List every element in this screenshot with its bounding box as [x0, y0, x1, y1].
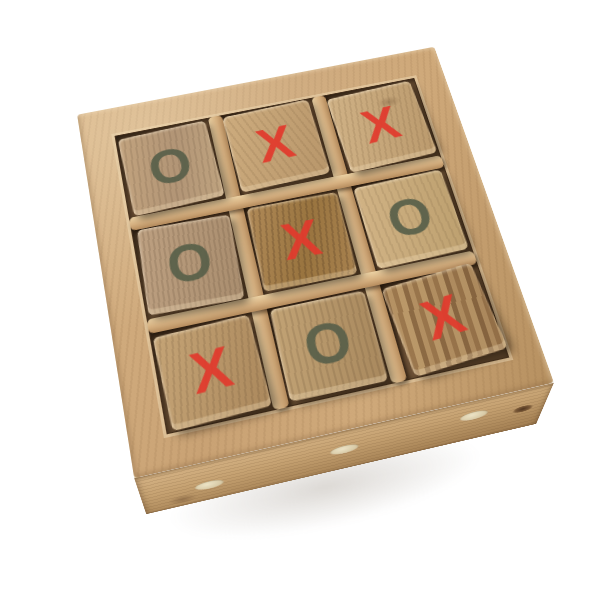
- wood-knot: [164, 492, 201, 507]
- tile-r1c2[interactable]: X: [222, 99, 331, 193]
- tile-r3c3[interactable]: X: [381, 262, 508, 377]
- mark-r3c1: X: [185, 337, 238, 403]
- mark-r1c2: X: [251, 117, 299, 170]
- board-tray: O X X: [115, 78, 510, 434]
- board-cell-r3c1: X: [150, 311, 275, 433]
- wood-plug: [459, 409, 489, 423]
- tile-r2c3[interactable]: O: [353, 169, 469, 269]
- tile-r3c1[interactable]: X: [152, 314, 272, 431]
- mark-r2c1: O: [163, 233, 216, 292]
- wood-plug: [195, 478, 224, 491]
- board-cell-r3c2: O: [266, 287, 393, 406]
- mark-r2c3: O: [381, 188, 439, 246]
- mark-r2c2: X: [277, 211, 326, 268]
- mark-r3c2: O: [298, 311, 357, 376]
- board-grid: O X X: [116, 79, 508, 433]
- product-photo: O X X: [0, 0, 600, 600]
- mark-r1c3: X: [356, 98, 406, 150]
- grid-divider-horizontal: [147, 250, 478, 334]
- mark-r3c3: X: [414, 285, 473, 349]
- tile-r3c2[interactable]: O: [270, 290, 389, 401]
- board-cell-r3c3: X: [378, 263, 508, 379]
- mark-r1c1: O: [144, 138, 197, 194]
- wood-knot: [511, 403, 534, 414]
- tile-r2c1[interactable]: O: [137, 214, 245, 315]
- wood-plug: [331, 442, 359, 456]
- scene: O X X: [0, 0, 600, 600]
